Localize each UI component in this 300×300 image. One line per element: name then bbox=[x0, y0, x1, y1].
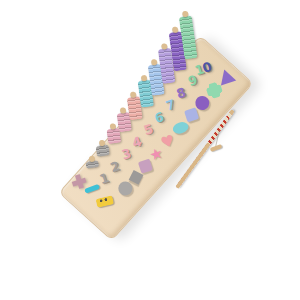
rod-toggle bbox=[210, 144, 223, 152]
shape-piece bbox=[217, 67, 237, 85]
shape-piece bbox=[184, 108, 199, 123]
bus-block bbox=[96, 195, 115, 208]
shape-piece bbox=[171, 120, 190, 135]
shape-piece bbox=[117, 180, 135, 198]
product-photo: 1 2 3 4 5 6 7 8 9 10 bbox=[0, 0, 300, 300]
shape-glyph: ♥ bbox=[159, 132, 176, 150]
ring-stack bbox=[96, 144, 110, 157]
shape-piece: ♥ bbox=[159, 132, 177, 150]
puzzle-board: 1 2 3 4 5 6 7 8 9 10 bbox=[58, 35, 253, 241]
ring-stack bbox=[85, 160, 99, 169]
